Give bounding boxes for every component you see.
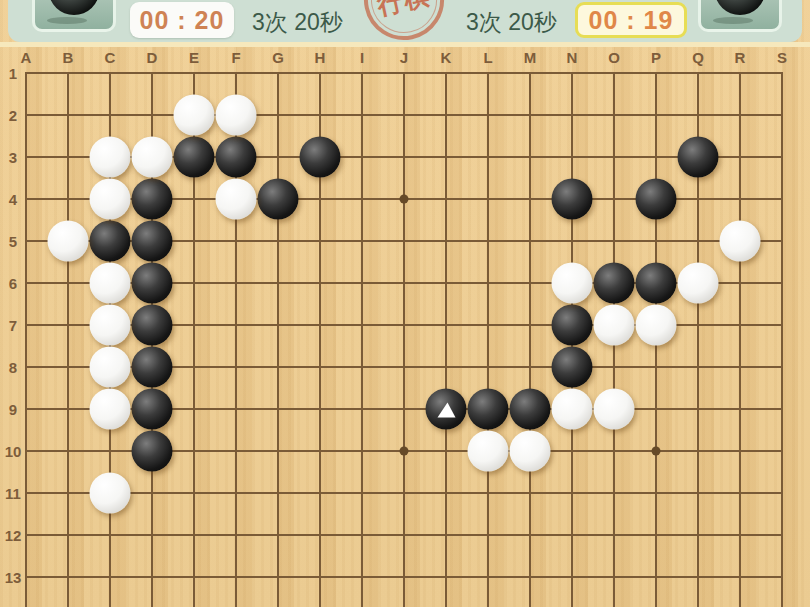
stone-white: ○ (636, 305, 677, 346)
row-label: 5 (9, 233, 17, 250)
column-label: D (147, 49, 158, 66)
column-label: R (735, 49, 746, 66)
row-label: 10 (5, 443, 22, 460)
row-label: 13 (5, 569, 22, 586)
stone-white: ○ (90, 179, 131, 220)
stone-black: ● (132, 221, 173, 262)
right-player-timer: 00 : 19 (575, 2, 687, 38)
last-move-marker-icon (438, 403, 456, 418)
stone-black: ● (552, 305, 593, 346)
column-label: N (567, 49, 578, 66)
stamp-text: 行棋 (374, 0, 434, 22)
row-label: 12 (5, 527, 22, 544)
right-byoyomi-label: 3次 20秒 (466, 7, 557, 38)
stone-white: ○ (468, 431, 509, 472)
column-label: C (105, 49, 116, 66)
stone-white: ○ (132, 137, 173, 178)
stone-white: ○ (552, 389, 593, 430)
app-screen: ABCDEFGHIJKLMNOPQRS12345678910111213 ●●●… (0, 0, 810, 607)
star-point (652, 447, 661, 456)
stone-black: ● (552, 347, 593, 388)
stone-black: ● (552, 179, 593, 220)
black-stone-avatar-icon (715, 0, 765, 15)
left-player-timer: 00 : 20 (130, 2, 234, 38)
column-label: E (189, 49, 199, 66)
row-label: 8 (9, 359, 17, 376)
row-label: 7 (9, 317, 17, 334)
stone-white: ○ (90, 389, 131, 430)
row-label: 2 (9, 107, 17, 124)
avatar-stone-shadow (47, 17, 87, 24)
column-label: K (441, 49, 452, 66)
row-label: 6 (9, 275, 17, 292)
stone-white: ○ (174, 95, 215, 136)
column-label: Q (692, 49, 704, 66)
star-point (400, 195, 409, 204)
stone-black: ● (132, 179, 173, 220)
row-label: 3 (9, 149, 17, 166)
stone-black: ● (132, 347, 173, 388)
stone-black: ● (132, 305, 173, 346)
stone-white: ○ (90, 473, 131, 514)
stone-white: ○ (678, 263, 719, 304)
avatar-stone-shadow (713, 17, 753, 24)
star-point (400, 447, 409, 456)
row-label: 1 (9, 65, 17, 82)
stone-black: ● (300, 137, 341, 178)
stone-black: ● (594, 263, 635, 304)
column-label: J (400, 49, 408, 66)
column-label: G (272, 49, 284, 66)
stone-black: ● (90, 221, 131, 262)
column-label: M (524, 49, 537, 66)
stone-white: ○ (90, 137, 131, 178)
stone-white: ○ (552, 263, 593, 304)
stone-black: ● (258, 179, 299, 220)
stone-white: ○ (510, 431, 551, 472)
column-label: S (777, 49, 787, 66)
black-stone-avatar-icon (49, 0, 99, 15)
column-label: B (63, 49, 74, 66)
board-edge-highlight (0, 42, 810, 47)
stone-white: ○ (90, 263, 131, 304)
move-phase-stamp: 行棋 (357, 0, 452, 47)
stone-black: ● (426, 389, 467, 430)
column-label: L (483, 49, 492, 66)
stone-white: ○ (720, 221, 761, 262)
stone-white: ○ (216, 179, 257, 220)
stone-white: ○ (48, 221, 89, 262)
column-label: F (231, 49, 240, 66)
stone-black: ● (636, 263, 677, 304)
stone-black: ● (636, 179, 677, 220)
column-label: I (360, 49, 364, 66)
stone-white: ○ (216, 95, 257, 136)
stone-white: ○ (90, 347, 131, 388)
go-board[interactable]: ABCDEFGHIJKLMNOPQRS12345678910111213 ●●●… (0, 0, 810, 607)
stone-white: ○ (594, 305, 635, 346)
row-label: 4 (9, 191, 17, 208)
left-byoyomi-label: 3次 20秒 (252, 7, 343, 38)
stone-black: ● (678, 137, 719, 178)
column-label: O (608, 49, 620, 66)
column-label: H (315, 49, 326, 66)
stone-black: ● (132, 431, 173, 472)
stone-black: ● (132, 389, 173, 430)
game-header: 00 : 20 3次 20秒 行棋 3次 20秒 00 : 19 (8, 0, 802, 42)
column-label: A (21, 49, 32, 66)
column-label: P (651, 49, 661, 66)
stone-white: ○ (594, 389, 635, 430)
stone-black: ● (174, 137, 215, 178)
stone-white: ○ (90, 305, 131, 346)
stone-black: ● (468, 389, 509, 430)
player-right-avatar[interactable] (698, 0, 782, 32)
stone-black: ● (132, 263, 173, 304)
player-left-avatar[interactable] (32, 0, 116, 32)
row-label: 11 (5, 485, 21, 502)
stone-black: ● (216, 137, 257, 178)
row-label: 9 (9, 401, 17, 418)
stone-black: ● (510, 389, 551, 430)
